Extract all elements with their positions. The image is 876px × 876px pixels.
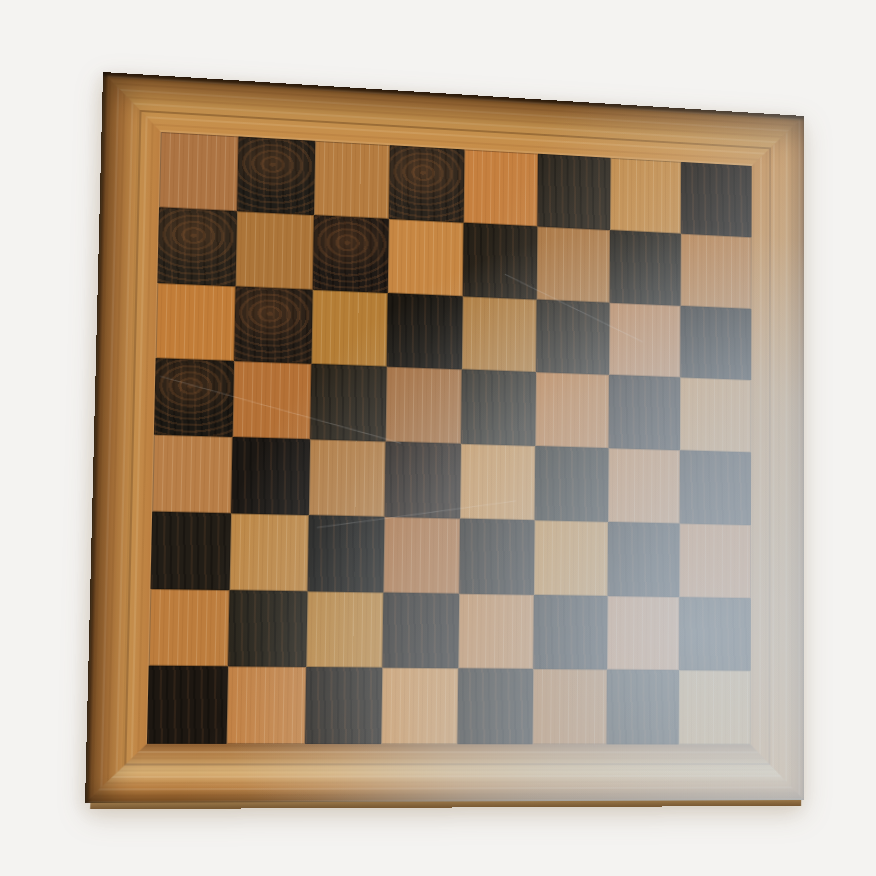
square-a8[interactable] <box>159 132 238 211</box>
square-e3[interactable] <box>459 518 534 594</box>
square-e2[interactable] <box>458 593 533 669</box>
square-f2[interactable] <box>533 594 607 669</box>
square-g5[interactable] <box>608 375 680 450</box>
square-h2[interactable] <box>679 597 751 671</box>
square-g7[interactable] <box>609 230 681 306</box>
square-c7[interactable] <box>312 215 389 293</box>
square-h1[interactable] <box>679 670 751 744</box>
square-c3[interactable] <box>307 515 385 592</box>
square-a1[interactable] <box>147 666 228 744</box>
square-c4[interactable] <box>308 439 386 516</box>
square-g3[interactable] <box>607 522 680 597</box>
square-e4[interactable] <box>460 444 535 520</box>
square-g6[interactable] <box>609 302 681 377</box>
square-d2[interactable] <box>383 592 460 668</box>
square-f3[interactable] <box>534 520 608 596</box>
square-h4[interactable] <box>680 450 751 525</box>
square-a7[interactable] <box>157 207 236 286</box>
square-f7[interactable] <box>536 226 609 302</box>
page-background: { "page": { "background_color": "#f4f3f1… <box>0 0 876 876</box>
square-h5[interactable] <box>680 378 751 453</box>
square-d3[interactable] <box>384 517 460 594</box>
square-b2[interactable] <box>228 590 307 668</box>
square-h7[interactable] <box>681 233 752 308</box>
square-d8[interactable] <box>389 145 464 222</box>
square-c8[interactable] <box>313 141 390 219</box>
square-b5[interactable] <box>232 361 311 439</box>
square-h6[interactable] <box>680 305 751 380</box>
board-frame <box>85 72 804 803</box>
square-g1[interactable] <box>606 670 679 745</box>
square-d4[interactable] <box>385 442 461 519</box>
square-e7[interactable] <box>463 222 537 299</box>
board-side-edge <box>90 799 801 809</box>
square-c2[interactable] <box>306 591 384 668</box>
square-a4[interactable] <box>152 435 232 513</box>
square-b6[interactable] <box>234 286 312 364</box>
board-photo <box>0 0 876 876</box>
square-d1[interactable] <box>381 668 458 744</box>
square-e8[interactable] <box>464 149 538 226</box>
square-h8[interactable] <box>681 162 752 237</box>
square-g2[interactable] <box>607 596 680 671</box>
square-a6[interactable] <box>156 282 236 361</box>
square-e6[interactable] <box>462 296 537 372</box>
square-e5[interactable] <box>461 370 536 446</box>
square-c6[interactable] <box>311 289 388 367</box>
square-d5[interactable] <box>386 367 462 444</box>
square-b8[interactable] <box>237 136 315 214</box>
square-a3[interactable] <box>150 511 230 589</box>
square-f8[interactable] <box>537 154 610 230</box>
square-b7[interactable] <box>235 211 313 289</box>
square-e1[interactable] <box>457 669 533 745</box>
square-c1[interactable] <box>304 667 382 744</box>
square-h3[interactable] <box>680 523 752 597</box>
square-f5[interactable] <box>535 372 609 448</box>
square-c5[interactable] <box>310 364 387 441</box>
board-squares <box>147 132 752 745</box>
square-b1[interactable] <box>226 667 305 744</box>
square-f1[interactable] <box>532 669 606 744</box>
square-a5[interactable] <box>154 358 234 437</box>
square-a2[interactable] <box>149 588 230 666</box>
square-f6[interactable] <box>536 299 609 375</box>
square-g4[interactable] <box>608 448 681 523</box>
square-d7[interactable] <box>388 219 464 296</box>
square-f4[interactable] <box>534 446 608 522</box>
square-d6[interactable] <box>387 293 463 370</box>
square-g8[interactable] <box>610 158 682 234</box>
square-b4[interactable] <box>231 437 310 515</box>
square-b3[interactable] <box>229 513 308 591</box>
